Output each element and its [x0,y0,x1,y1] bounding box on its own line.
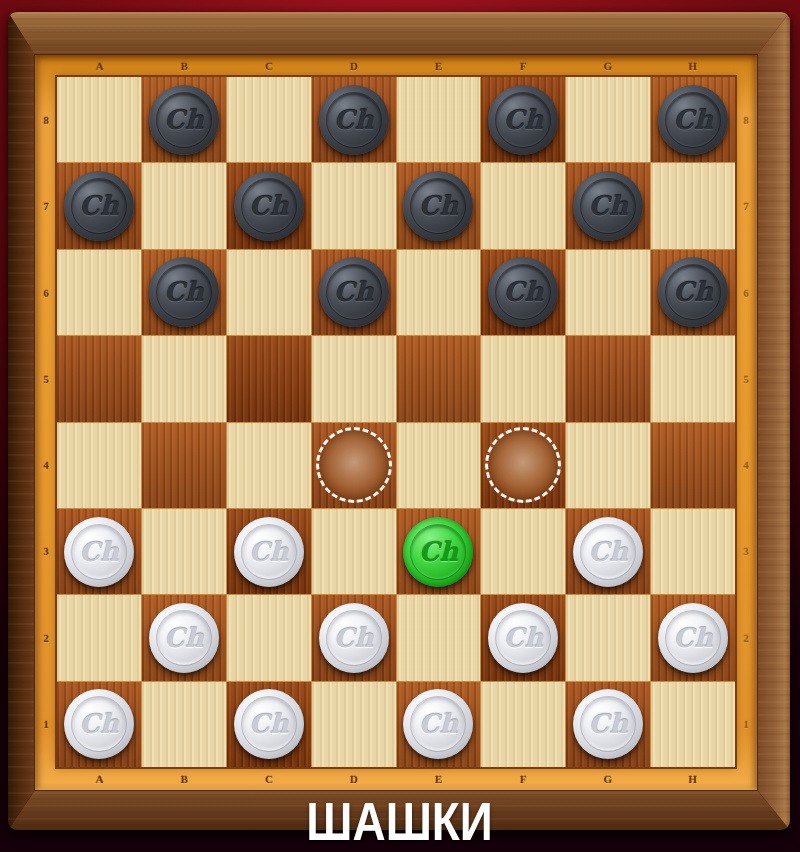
rank-label-7: 7 [735,163,757,249]
frame-right [757,12,790,830]
file-label-g: G [566,767,651,790]
black-checker-f8[interactable]: Ch [488,85,558,155]
white-checker-a3[interactable]: Ch [64,517,134,587]
square-a3[interactable]: Ch [57,509,141,594]
black-checker-f6[interactable]: Ch [488,257,558,327]
file-label-a: A [57,55,142,77]
square-d6[interactable]: Ch [312,250,396,335]
piece-logo: Ch [588,193,628,219]
rank-label-8: 8 [35,77,57,163]
square-g2[interactable] [566,595,650,680]
file-label-d: D [311,767,396,790]
file-label-h: H [650,767,735,790]
black-checker-a7[interactable]: Ch [64,171,134,241]
square-f4[interactable] [481,423,565,508]
black-checker-e7[interactable]: Ch [403,171,473,241]
square-a5[interactable] [57,336,141,421]
piece-logo: Ch [334,279,374,305]
file-label-e: E [396,767,481,790]
black-checker-h8[interactable]: Ch [658,85,728,155]
square-h4[interactable] [651,423,735,508]
file-label-c: C [227,55,312,77]
white-checker-h2[interactable]: Ch [658,603,728,673]
rank-label-3: 3 [735,508,757,594]
white-checker-b2[interactable]: Ch [149,603,219,673]
square-d2[interactable]: Ch [312,595,396,680]
black-checker-g7[interactable]: Ch [573,171,643,241]
white-checker-g1[interactable]: Ch [573,689,643,759]
square-c5[interactable] [227,336,311,421]
square-d5[interactable] [312,336,396,421]
square-h5[interactable] [651,336,735,421]
file-label-e: E [396,55,481,77]
square-e3[interactable]: Ch [397,509,481,594]
piece-logo: Ch [249,539,289,565]
rank-label-3: 3 [35,508,57,594]
square-h6[interactable]: Ch [651,250,735,335]
white-checker-c1[interactable]: Ch [234,689,304,759]
file-label-f: F [481,55,566,77]
white-checker-g3[interactable]: Ch [573,517,643,587]
black-checker-c7[interactable]: Ch [234,171,304,241]
square-h2[interactable]: Ch [651,595,735,680]
square-f5[interactable] [481,336,565,421]
app-background: ABCDEFGH 87654321 ChChChChChChChChChChCh… [0,0,800,852]
rank-label-2: 2 [735,595,757,681]
square-c3[interactable]: Ch [227,509,311,594]
border-corner [35,767,57,790]
piece-logo: Ch [334,107,374,133]
game-title: ШАШКИ [0,792,800,851]
square-e7[interactable]: Ch [397,163,481,248]
piece-logo: Ch [673,107,713,133]
square-e8[interactable] [397,77,481,162]
white-checker-a1[interactable]: Ch [64,689,134,759]
square-b5[interactable] [142,336,226,421]
square-c4[interactable] [227,423,311,508]
frame-top [8,12,790,55]
piece-logo: Ch [79,539,119,565]
square-e4[interactable] [397,423,481,508]
square-h3[interactable] [651,509,735,594]
square-c2[interactable] [227,595,311,680]
file-label-g: G [566,55,651,77]
piece-logo: Ch [249,193,289,219]
square-d4[interactable] [312,423,396,508]
piece-logo: Ch [164,625,204,651]
square-e1[interactable]: Ch [397,682,481,767]
rank-label-4: 4 [35,422,57,508]
square-b3[interactable] [142,509,226,594]
square-g4[interactable] [566,423,650,508]
black-checker-b8[interactable]: Ch [149,85,219,155]
rank-labels-right: 87654321 [735,77,757,767]
square-c7[interactable]: Ch [227,163,311,248]
square-g6[interactable] [566,250,650,335]
square-f1[interactable] [481,682,565,767]
square-e6[interactable] [397,250,481,335]
piece-logo: Ch [164,107,204,133]
frame-left [8,12,35,830]
black-checker-d8[interactable]: Ch [319,85,389,155]
square-g8[interactable] [566,77,650,162]
square-e2[interactable] [397,595,481,680]
piece-logo: Ch [588,711,628,737]
piece-logo: Ch [504,107,544,133]
square-a8[interactable] [57,77,141,162]
square-h1[interactable] [651,682,735,767]
file-labels-top: ABCDEFGH [57,55,735,77]
piece-logo: Ch [588,539,628,565]
square-c8[interactable] [227,77,311,162]
piece-logo: Ch [419,711,459,737]
square-f6[interactable]: Ch [481,250,565,335]
file-label-a: A [57,767,142,790]
piece-logo: Ch [504,625,544,651]
rank-label-2: 2 [35,595,57,681]
square-h8[interactable]: Ch [651,77,735,162]
file-label-d: D [311,55,396,77]
square-g7[interactable]: Ch [566,163,650,248]
square-d1[interactable] [312,682,396,767]
border-corner [735,767,757,790]
square-b1[interactable] [142,682,226,767]
border-corner [735,55,757,77]
black-checker-h6[interactable]: Ch [658,257,728,327]
file-label-c: C [227,767,312,790]
square-f8[interactable]: Ch [481,77,565,162]
white-checker-d2[interactable]: Ch [319,603,389,673]
file-label-h: H [650,55,735,77]
file-label-b: B [142,767,227,790]
square-a6[interactable] [57,250,141,335]
square-a7[interactable]: Ch [57,163,141,248]
square-d3[interactable] [312,509,396,594]
square-e5[interactable] [397,336,481,421]
square-b8[interactable]: Ch [142,77,226,162]
rank-label-6: 6 [35,250,57,336]
square-f2[interactable]: Ch [481,595,565,680]
square-h7[interactable] [651,163,735,248]
piece-logo: Ch [334,625,374,651]
white-checker-f2[interactable]: Ch [488,603,558,673]
file-label-f: F [481,767,566,790]
rank-label-7: 7 [35,163,57,249]
piece-logo: Ch [79,193,119,219]
rank-label-4: 4 [735,422,757,508]
rank-labels-left: 87654321 [35,77,57,767]
file-labels-bottom: ABCDEFGH [57,767,735,790]
rank-label-8: 8 [735,77,757,163]
border-corner [35,55,57,77]
coordinate-border: ABCDEFGH 87654321 ChChChChChChChChChChCh… [35,55,757,790]
square-g1[interactable]: Ch [566,682,650,767]
square-b6[interactable]: Ch [142,250,226,335]
move-hint-f4[interactable] [485,427,561,503]
piece-logo: Ch [419,539,459,565]
square-a2[interactable] [57,595,141,680]
piece-logo: Ch [504,279,544,305]
white-checker-e1[interactable]: Ch [403,689,473,759]
black-checker-d6[interactable]: Ch [319,257,389,327]
piece-logo: Ch [164,279,204,305]
square-a1[interactable]: Ch [57,682,141,767]
piece-logo: Ch [79,711,119,737]
square-g5[interactable] [566,336,650,421]
square-d7[interactable] [312,163,396,248]
square-b4[interactable] [142,423,226,508]
board: ChChChChChChChChChChChChChChChChChChChCh… [57,77,735,767]
white-checker-c3[interactable]: Ch [234,517,304,587]
square-c6[interactable] [227,250,311,335]
move-hint-d4[interactable] [316,427,392,503]
square-f3[interactable] [481,509,565,594]
rank-label-5: 5 [35,336,57,422]
rank-label-6: 6 [735,250,757,336]
square-b2[interactable]: Ch [142,595,226,680]
piece-logo: Ch [673,625,713,651]
rank-label-5: 5 [735,336,757,422]
square-c1[interactable]: Ch [227,682,311,767]
piece-logo: Ch [673,279,713,305]
square-b7[interactable] [142,163,226,248]
rank-label-1: 1 [35,681,57,767]
black-checker-b6[interactable]: Ch [149,257,219,327]
square-a4[interactable] [57,423,141,508]
file-label-b: B [142,55,227,77]
selected-checker-e3[interactable]: Ch [403,517,473,587]
square-d8[interactable]: Ch [312,77,396,162]
square-g3[interactable]: Ch [566,509,650,594]
piece-logo: Ch [419,193,459,219]
game-title-text: ШАШКИ [307,791,493,852]
square-f7[interactable] [481,163,565,248]
rank-label-1: 1 [735,681,757,767]
piece-logo: Ch [249,711,289,737]
